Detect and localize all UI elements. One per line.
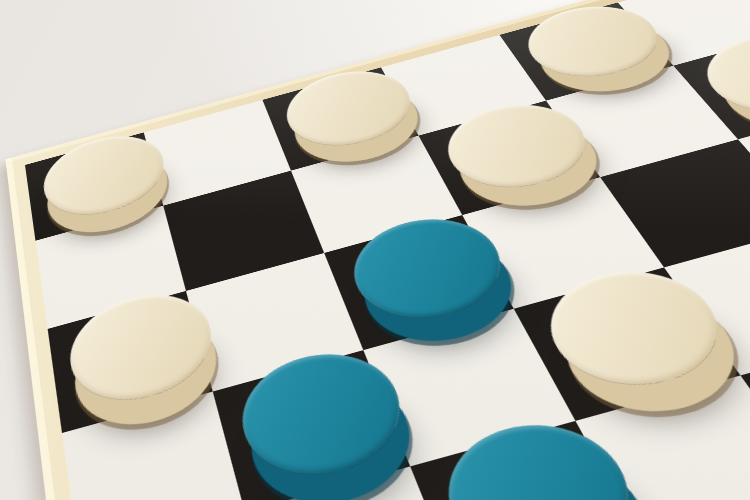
checkers-board-grid	[25, 0, 750, 500]
checkers-board-frame	[5, 0, 750, 500]
photo-backdrop	[0, 0, 750, 500]
